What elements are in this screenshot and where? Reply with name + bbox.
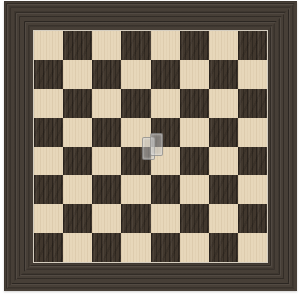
board-square	[34, 60, 63, 89]
board-square	[92, 175, 121, 204]
board-square	[34, 147, 63, 176]
board-square	[209, 175, 238, 204]
board-square	[209, 233, 238, 262]
board-square	[92, 60, 121, 89]
board-square	[209, 118, 238, 147]
board-square	[92, 147, 121, 176]
board-square	[151, 31, 180, 60]
board-square	[34, 233, 63, 262]
board-square	[34, 175, 63, 204]
board-square	[151, 175, 180, 204]
board-square	[63, 175, 92, 204]
board-square	[63, 60, 92, 89]
frame-left-rail	[4, 1, 33, 291]
board-square	[121, 31, 150, 60]
board-square	[92, 89, 121, 118]
board-square	[121, 175, 150, 204]
board-square	[180, 60, 209, 89]
board-square	[209, 204, 238, 233]
board-square	[63, 147, 92, 176]
board-square	[238, 204, 267, 233]
board-square	[121, 89, 150, 118]
board-square	[151, 60, 180, 89]
board-square	[209, 60, 238, 89]
board-square	[180, 31, 209, 60]
board-square	[180, 233, 209, 262]
board-square	[34, 204, 63, 233]
gallery-icon[interactable]	[142, 133, 164, 159]
gallery-icon-front-card	[150, 133, 163, 156]
board-square	[92, 31, 121, 60]
board-square	[34, 89, 63, 118]
board-square	[92, 118, 121, 147]
board-square	[180, 175, 209, 204]
board-square	[34, 31, 63, 60]
board-square	[180, 89, 209, 118]
board-square	[63, 233, 92, 262]
board-square	[238, 31, 267, 60]
board-square	[121, 60, 150, 89]
board-square	[238, 233, 267, 262]
board-square	[209, 89, 238, 118]
board-square	[151, 89, 180, 118]
board-square	[238, 175, 267, 204]
product-photo	[0, 0, 308, 300]
board-square	[34, 118, 63, 147]
board-square	[63, 89, 92, 118]
board-square	[151, 204, 180, 233]
board-square	[63, 118, 92, 147]
board-square	[180, 204, 209, 233]
board-square	[63, 31, 92, 60]
board-square	[151, 233, 180, 262]
board-square	[238, 118, 267, 147]
board-square	[121, 233, 150, 262]
frame-right-rail	[268, 1, 297, 291]
board-square	[238, 147, 267, 176]
board-square	[209, 31, 238, 60]
board-square	[92, 204, 121, 233]
board-square	[238, 60, 267, 89]
board-square	[121, 204, 150, 233]
frame-bottom-rail	[4, 263, 297, 291]
board-square	[209, 147, 238, 176]
frame-top-rail	[4, 1, 297, 30]
board-square	[92, 233, 121, 262]
board-square	[63, 204, 92, 233]
board-square	[238, 89, 267, 118]
chess-board[interactable]	[4, 1, 297, 291]
board-square	[180, 118, 209, 147]
board-square	[180, 147, 209, 176]
